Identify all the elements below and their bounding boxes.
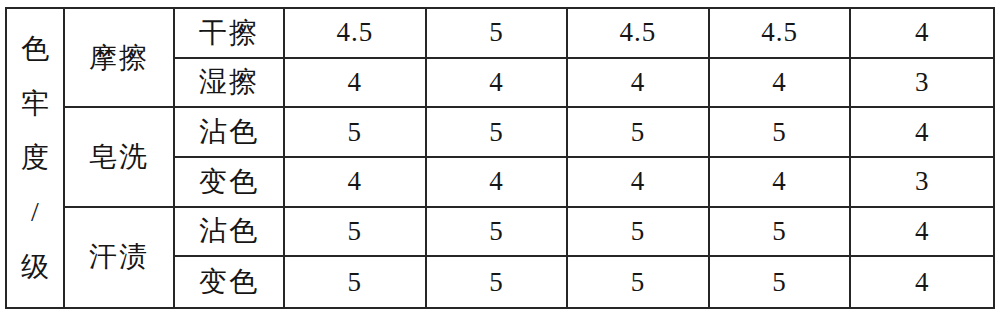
header-char: 牢 [21, 90, 49, 118]
value-cell: 4 [851, 208, 993, 258]
value-cell: 3 [851, 59, 993, 109]
value-cell: 4 [710, 59, 852, 109]
row-label-wet-rub: 湿擦 [175, 59, 285, 109]
value-cell: 4 [851, 9, 993, 59]
value-cell: 5 [427, 257, 569, 307]
value-cell: 5 [427, 9, 569, 59]
header-char: / [31, 198, 39, 226]
row-label-color-change: 变色 [175, 158, 285, 208]
value-cell: 5 [427, 208, 569, 258]
value-cell: 4 [568, 59, 710, 109]
value-cell: 5 [285, 257, 427, 307]
value-cell: 4.5 [710, 9, 852, 59]
header-char: 度 [21, 144, 49, 172]
row-label-dry-rub: 干擦 [175, 9, 285, 59]
value-cell: 5 [568, 257, 710, 307]
row-label-staining: 沾色 [175, 208, 285, 258]
value-cell: 3 [851, 158, 993, 208]
table-header-color-fastness: 色 牢 度 / 级 [7, 9, 65, 307]
value-cell: 4 [285, 158, 427, 208]
value-cell: 5 [285, 208, 427, 258]
row-label-color-change: 变色 [175, 257, 285, 307]
value-cell: 4 [285, 59, 427, 109]
value-cell: 5 [285, 108, 427, 158]
value-cell: 5 [710, 257, 852, 307]
value-cell: 4 [851, 257, 993, 307]
value-cell: 5 [710, 108, 852, 158]
value-cell: 4 [427, 59, 569, 109]
group-label-soaping: 皂洗 [65, 108, 175, 207]
value-cell: 4 [427, 158, 569, 208]
value-cell: 5 [710, 208, 852, 258]
group-label-rubbing: 摩擦 [65, 9, 175, 108]
value-cell: 5 [568, 208, 710, 258]
value-cell: 5 [568, 108, 710, 158]
header-char: 色 [21, 35, 49, 63]
value-cell: 4 [568, 158, 710, 208]
value-cell: 4 [851, 108, 993, 158]
color-fastness-table: 色 牢 度 / 级 摩擦 皂洗 汗渍 干擦 湿擦 沾色 变色 沾色 变色 4.5… [5, 7, 995, 309]
group-label-perspiration: 汗渍 [65, 208, 175, 307]
value-cell: 5 [427, 108, 569, 158]
row-label-staining: 沾色 [175, 108, 285, 158]
header-char: 级 [21, 253, 49, 281]
value-cell: 4 [710, 158, 852, 208]
value-cell: 4.5 [568, 9, 710, 59]
value-cell: 4.5 [285, 9, 427, 59]
